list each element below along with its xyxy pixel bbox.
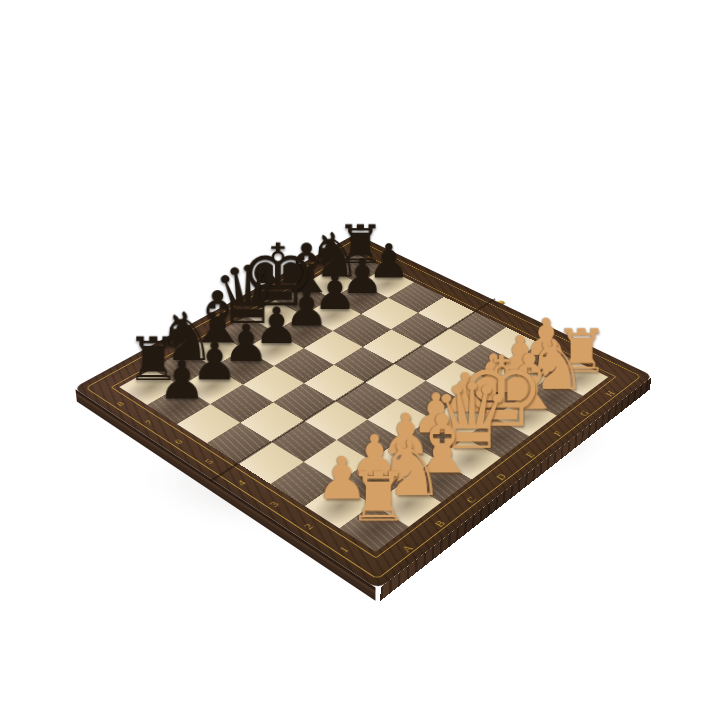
board-squares: ♜♞♝♛♚♝♞♜♟♟♟♟♟♟♟♟♟♟♟♟♟♟♟♟♜♞♝♛♚♝♞♜ [119, 254, 608, 551]
photo-scene: ABCDEFGH 87654321 ♜♞♝♛♚♝♞♜♟♟♟♟♟♟♟♟♟♟♟♟♟♟… [0, 0, 720, 720]
brass-clasp [492, 300, 506, 308]
piece-black-pawn-a7: ♟ [158, 356, 206, 407]
piece-white-rook-a1: ♜ [347, 465, 408, 530]
chess-board: ABCDEFGH 87654321 ♜♞♝♛♚♝♞♜♟♟♟♟♟♟♟♟♟♟♟♟♟♟… [74, 234, 653, 589]
